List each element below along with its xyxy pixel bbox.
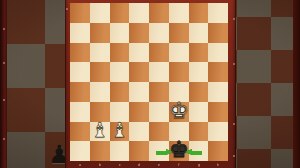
white-king-f3[interactable]: ♚ <box>169 99 189 121</box>
frame-stud-icon <box>3 62 5 64</box>
frame-stud-icon <box>233 18 235 20</box>
frame-stud-icon <box>3 28 5 30</box>
left-arrow-icon <box>156 149 173 156</box>
frame-stud-icon <box>233 63 235 65</box>
white-bishop-b2[interactable]: ♝ <box>90 119 110 141</box>
frame-stud-icon <box>66 8 68 10</box>
white-bishop-c2[interactable]: ♝ <box>110 119 130 141</box>
right-arrow-icon <box>185 149 202 156</box>
frame-stud-icon <box>233 123 235 125</box>
video-frame: ♟ abcdefgh ♝♝♚♚ <box>0 0 300 168</box>
frame-stud-icon <box>3 138 5 140</box>
pieces-layer: ♝♝♚♚ <box>0 0 300 168</box>
frame-stud-icon <box>3 99 5 101</box>
frame-stud-icon <box>233 155 235 157</box>
